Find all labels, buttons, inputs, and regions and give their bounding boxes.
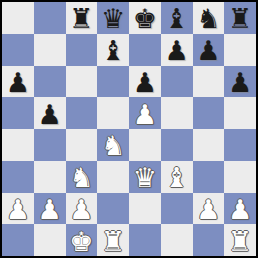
square-g8[interactable]: ♞	[193, 2, 225, 34]
square-d6[interactable]	[97, 66, 129, 98]
square-e1[interactable]	[129, 224, 161, 256]
square-e7[interactable]	[129, 34, 161, 66]
black-queen-piece: ♛	[101, 5, 125, 32]
square-f2[interactable]	[161, 193, 193, 225]
square-h3[interactable]	[224, 161, 256, 193]
white-pawn-piece: ♟	[69, 196, 93, 223]
white-pawn-piece: ♟	[228, 196, 252, 223]
square-e4[interactable]	[129, 129, 161, 161]
square-e8[interactable]: ♚	[129, 2, 161, 34]
square-f5[interactable]	[161, 97, 193, 129]
white-knight-piece: ♞	[101, 132, 125, 159]
black-rook-piece: ♜	[69, 5, 93, 32]
square-f3[interactable]: ♝	[161, 161, 193, 193]
square-f4[interactable]	[161, 129, 193, 161]
square-h1[interactable]: ♜	[224, 224, 256, 256]
white-king-piece: ♚	[69, 228, 93, 255]
square-h2[interactable]: ♟	[224, 193, 256, 225]
square-g5[interactable]	[193, 97, 225, 129]
square-e2[interactable]	[129, 193, 161, 225]
white-pawn-piece: ♟	[38, 196, 62, 223]
square-b4[interactable]	[34, 129, 66, 161]
white-bishop-piece: ♝	[165, 164, 189, 191]
square-f7[interactable]: ♟	[161, 34, 193, 66]
square-h4[interactable]	[224, 129, 256, 161]
square-c1[interactable]: ♚	[66, 224, 98, 256]
black-bishop-piece: ♝	[101, 37, 125, 64]
black-pawn-piece: ♟	[133, 69, 157, 96]
board-grid: ♜♛♚♝♞♜♝♟♟♟♟♟♟♟♞♞♛♝♟♟♟♟♟♚♜♜	[2, 2, 256, 256]
square-g2[interactable]: ♟	[193, 193, 225, 225]
square-c7[interactable]	[66, 34, 98, 66]
square-b3[interactable]	[34, 161, 66, 193]
white-rook-piece: ♜	[228, 228, 252, 255]
white-pawn-piece: ♟	[196, 196, 220, 223]
white-pawn-piece: ♟	[133, 101, 157, 128]
square-c3[interactable]: ♞	[66, 161, 98, 193]
square-b1[interactable]	[34, 224, 66, 256]
square-a2[interactable]: ♟	[2, 193, 34, 225]
black-king-piece: ♚	[133, 5, 157, 32]
black-pawn-piece: ♟	[6, 69, 30, 96]
square-d8[interactable]: ♛	[97, 2, 129, 34]
black-pawn-piece: ♟	[196, 37, 220, 64]
white-pawn-piece: ♟	[6, 196, 30, 223]
square-g1[interactable]	[193, 224, 225, 256]
square-g7[interactable]: ♟	[193, 34, 225, 66]
square-g6[interactable]	[193, 66, 225, 98]
square-a5[interactable]	[2, 97, 34, 129]
white-knight-piece: ♞	[69, 164, 93, 191]
chessboard: ♜♛♚♝♞♜♝♟♟♟♟♟♟♟♞♞♛♝♟♟♟♟♟♚♜♜	[0, 0, 258, 258]
square-c2[interactable]: ♟	[66, 193, 98, 225]
square-f1[interactable]	[161, 224, 193, 256]
square-f6[interactable]	[161, 66, 193, 98]
white-queen-piece: ♛	[133, 164, 157, 191]
black-bishop-piece: ♝	[165, 5, 189, 32]
square-b5[interactable]: ♟	[34, 97, 66, 129]
square-h5[interactable]	[224, 97, 256, 129]
square-b2[interactable]: ♟	[34, 193, 66, 225]
square-h7[interactable]	[224, 34, 256, 66]
square-a4[interactable]	[2, 129, 34, 161]
black-pawn-piece: ♟	[38, 101, 62, 128]
square-h6[interactable]: ♟	[224, 66, 256, 98]
square-d7[interactable]: ♝	[97, 34, 129, 66]
square-b8[interactable]	[34, 2, 66, 34]
square-a6[interactable]: ♟	[2, 66, 34, 98]
square-f8[interactable]: ♝	[161, 2, 193, 34]
square-d5[interactable]	[97, 97, 129, 129]
square-d2[interactable]	[97, 193, 129, 225]
square-c5[interactable]	[66, 97, 98, 129]
square-d4[interactable]: ♞	[97, 129, 129, 161]
square-h8[interactable]: ♜	[224, 2, 256, 34]
square-b7[interactable]	[34, 34, 66, 66]
square-a1[interactable]	[2, 224, 34, 256]
square-a3[interactable]	[2, 161, 34, 193]
square-e6[interactable]: ♟	[129, 66, 161, 98]
square-c6[interactable]	[66, 66, 98, 98]
black-pawn-piece: ♟	[165, 37, 189, 64]
black-rook-piece: ♜	[228, 5, 252, 32]
square-e3[interactable]: ♛	[129, 161, 161, 193]
square-c8[interactable]: ♜	[66, 2, 98, 34]
black-pawn-piece: ♟	[228, 69, 252, 96]
square-a7[interactable]	[2, 34, 34, 66]
square-b6[interactable]	[34, 66, 66, 98]
square-a8[interactable]	[2, 2, 34, 34]
white-rook-piece: ♜	[101, 228, 125, 255]
square-d1[interactable]: ♜	[97, 224, 129, 256]
black-knight-piece: ♞	[196, 5, 220, 32]
square-g4[interactable]	[193, 129, 225, 161]
square-c4[interactable]	[66, 129, 98, 161]
square-e5[interactable]: ♟	[129, 97, 161, 129]
square-g3[interactable]	[193, 161, 225, 193]
square-d3[interactable]	[97, 161, 129, 193]
